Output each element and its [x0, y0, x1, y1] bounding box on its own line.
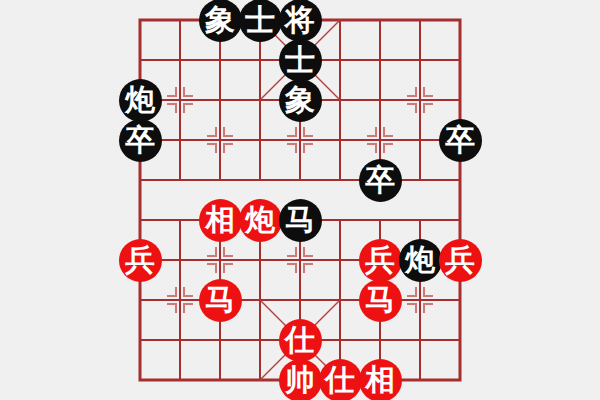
board-point-5-0[interactable] [320, 0, 360, 40]
board-point-5-4[interactable] [320, 160, 360, 200]
board-point-4-3[interactable] [280, 120, 320, 160]
board-point-2-4[interactable] [200, 160, 240, 200]
board-point-2-1[interactable] [200, 40, 240, 80]
board-point-7-6[interactable]: 炮 [400, 240, 440, 280]
board-point-6-5[interactable] [360, 200, 400, 240]
xiangqi-board-screenshot: 象士将士炮象卒卒卒相炮马兵兵炮兵马马仕帅仕相 [0, 0, 600, 400]
board-point-1-9[interactable] [160, 360, 200, 400]
board-point-7-3[interactable] [400, 120, 440, 160]
piece-red-elephant[interactable]: 相 [199, 199, 242, 242]
board-point-5-1[interactable] [320, 40, 360, 80]
board-point-4-4[interactable] [280, 160, 320, 200]
board-point-7-8[interactable] [400, 320, 440, 360]
piece-black-advisor[interactable]: 士 [279, 39, 322, 82]
piece-red-cannon[interactable]: 炮 [239, 199, 282, 242]
board-point-8-6[interactable]: 兵 [440, 240, 480, 280]
board-point-4-8[interactable]: 仕 [280, 320, 320, 360]
board-points-grid: 象士将士炮象卒卒卒相炮马兵兵炮兵马马仕帅仕相 [120, 0, 480, 400]
board-point-6-9[interactable]: 相 [360, 360, 400, 400]
piece-black-king[interactable]: 将 [279, 0, 322, 42]
piece-black-pawn[interactable]: 卒 [119, 119, 162, 162]
board-point-6-8[interactable] [360, 320, 400, 360]
board-point-4-7[interactable] [280, 280, 320, 320]
board-point-0-6[interactable]: 兵 [120, 240, 160, 280]
board-point-8-5[interactable] [440, 200, 480, 240]
board-point-3-8[interactable] [240, 320, 280, 360]
board-point-1-3[interactable] [160, 120, 200, 160]
board-point-4-2[interactable]: 象 [280, 80, 320, 120]
board-point-1-5[interactable] [160, 200, 200, 240]
piece-red-pawn[interactable]: 兵 [119, 239, 162, 282]
board-point-8-0[interactable] [440, 0, 480, 40]
board-point-6-1[interactable] [360, 40, 400, 80]
piece-black-cannon[interactable]: 炮 [119, 79, 162, 122]
piece-black-elephant[interactable]: 象 [279, 79, 322, 122]
board-point-1-8[interactable] [160, 320, 200, 360]
board-point-1-6[interactable] [160, 240, 200, 280]
board-point-3-1[interactable] [240, 40, 280, 80]
board-point-8-8[interactable] [440, 320, 480, 360]
board-point-4-9[interactable]: 帅 [280, 360, 320, 400]
board-point-7-9[interactable] [400, 360, 440, 400]
board-point-2-8[interactable] [200, 320, 240, 360]
board-point-8-7[interactable] [440, 280, 480, 320]
board-point-2-3[interactable] [200, 120, 240, 160]
board-point-4-1[interactable]: 士 [280, 40, 320, 80]
board-point-0-0[interactable] [120, 0, 160, 40]
piece-red-pawn[interactable]: 兵 [439, 239, 482, 282]
board-point-0-4[interactable] [120, 160, 160, 200]
board-point-4-0[interactable]: 将 [280, 0, 320, 40]
board-point-0-1[interactable] [120, 40, 160, 80]
board-point-1-0[interactable] [160, 0, 200, 40]
board-point-6-6[interactable]: 兵 [360, 240, 400, 280]
piece-black-horse[interactable]: 马 [279, 199, 322, 242]
board-point-2-9[interactable] [200, 360, 240, 400]
board-point-3-3[interactable] [240, 120, 280, 160]
board-point-0-7[interactable] [120, 280, 160, 320]
piece-red-horse[interactable]: 马 [199, 279, 242, 322]
piece-red-advisor[interactable]: 仕 [279, 319, 322, 362]
board-point-5-5[interactable] [320, 200, 360, 240]
board-point-2-6[interactable] [200, 240, 240, 280]
board-point-7-1[interactable] [400, 40, 440, 80]
board-point-8-4[interactable] [440, 160, 480, 200]
piece-red-king[interactable]: 帅 [279, 359, 322, 400]
piece-red-advisor[interactable]: 仕 [319, 359, 362, 400]
board-point-1-4[interactable] [160, 160, 200, 200]
piece-black-advisor[interactable]: 士 [239, 0, 282, 42]
board-point-5-8[interactable] [320, 320, 360, 360]
piece-red-horse[interactable]: 马 [359, 279, 402, 322]
board-point-3-7[interactable] [240, 280, 280, 320]
board-point-0-8[interactable] [120, 320, 160, 360]
board-point-2-5[interactable]: 相 [200, 200, 240, 240]
piece-black-pawn[interactable]: 卒 [359, 159, 402, 202]
board-point-7-4[interactable] [400, 160, 440, 200]
board-point-5-2[interactable] [320, 80, 360, 120]
piece-black-cannon[interactable]: 炮 [399, 239, 442, 282]
piece-red-elephant[interactable]: 相 [359, 359, 402, 400]
piece-red-pawn[interactable]: 兵 [359, 239, 402, 282]
board-point-6-0[interactable] [360, 0, 400, 40]
board-point-6-4[interactable]: 卒 [360, 160, 400, 200]
board-point-3-6[interactable] [240, 240, 280, 280]
board-point-2-7[interactable]: 马 [200, 280, 240, 320]
board-point-8-9[interactable] [440, 360, 480, 400]
board-point-5-3[interactable] [320, 120, 360, 160]
piece-black-elephant[interactable]: 象 [199, 0, 242, 42]
board-point-7-7[interactable] [400, 280, 440, 320]
board-point-3-4[interactable] [240, 160, 280, 200]
board-point-8-2[interactable] [440, 80, 480, 120]
board-point-3-2[interactable] [240, 80, 280, 120]
board-point-5-6[interactable] [320, 240, 360, 280]
board-point-1-1[interactable] [160, 40, 200, 80]
board-point-7-2[interactable] [400, 80, 440, 120]
board-point-2-0[interactable]: 象 [200, 0, 240, 40]
board-point-8-3[interactable]: 卒 [440, 120, 480, 160]
board-point-1-2[interactable] [160, 80, 200, 120]
board-point-3-9[interactable] [240, 360, 280, 400]
piece-black-pawn[interactable]: 卒 [439, 119, 482, 162]
board-point-5-7[interactable] [320, 280, 360, 320]
board-point-7-5[interactable] [400, 200, 440, 240]
board-point-0-3[interactable]: 卒 [120, 120, 160, 160]
board-point-6-7[interactable]: 马 [360, 280, 400, 320]
board-point-0-9[interactable] [120, 360, 160, 400]
board-point-6-3[interactable] [360, 120, 400, 160]
board-point-2-2[interactable] [200, 80, 240, 120]
board-point-0-2[interactable]: 炮 [120, 80, 160, 120]
board-point-4-6[interactable] [280, 240, 320, 280]
board-point-6-2[interactable] [360, 80, 400, 120]
board-point-4-5[interactable]: 马 [280, 200, 320, 240]
board-point-3-5[interactable]: 炮 [240, 200, 280, 240]
board-point-0-5[interactable] [120, 200, 160, 240]
board-point-5-9[interactable]: 仕 [320, 360, 360, 400]
board-point-1-7[interactable] [160, 280, 200, 320]
board-point-3-0[interactable]: 士 [240, 0, 280, 40]
board-point-8-1[interactable] [440, 40, 480, 80]
board-point-7-0[interactable] [400, 0, 440, 40]
